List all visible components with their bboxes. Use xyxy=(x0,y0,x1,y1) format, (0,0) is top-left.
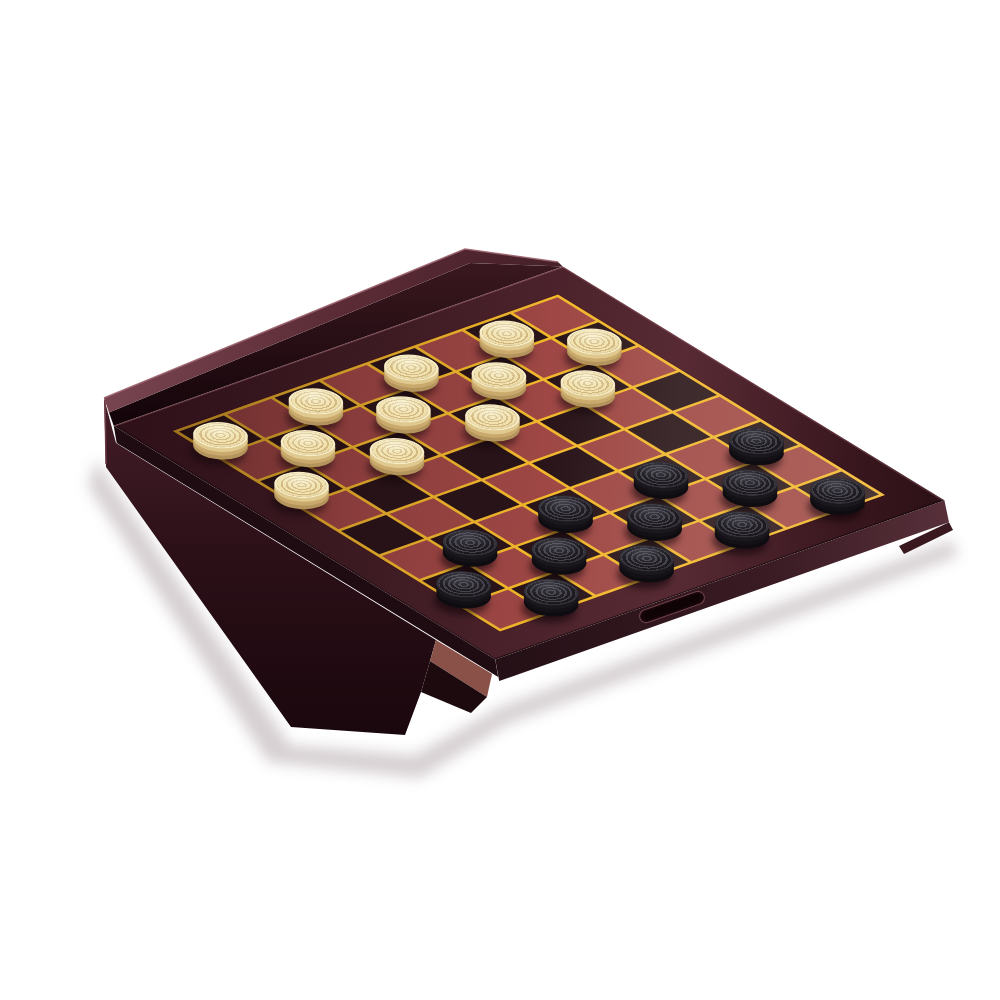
box-left-edge-highlight xyxy=(105,400,106,464)
product-photo-scene xyxy=(0,0,1000,1000)
